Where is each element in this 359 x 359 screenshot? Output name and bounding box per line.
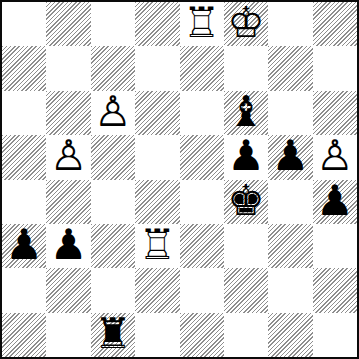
square-g4[interactable]	[268, 180, 312, 224]
black-pawn-f5: ♟	[227, 135, 265, 177]
white-rook-d3: ♖	[138, 224, 176, 266]
square-e3[interactable]	[180, 224, 224, 268]
square-c2[interactable]	[91, 268, 135, 312]
square-h2[interactable]	[313, 268, 357, 312]
square-b4[interactable]	[46, 180, 90, 224]
square-d3[interactable]: ♖	[135, 224, 179, 268]
square-a1[interactable]	[2, 313, 46, 357]
square-d1[interactable]	[135, 313, 179, 357]
square-h7[interactable]	[313, 46, 357, 90]
square-a5[interactable]	[2, 135, 46, 179]
square-h5[interactable]: ♙	[313, 135, 357, 179]
square-f7[interactable]	[224, 46, 268, 90]
square-h4[interactable]: ♟	[313, 180, 357, 224]
square-g5[interactable]: ♟	[268, 135, 312, 179]
black-bishop-f6: ♝	[227, 91, 265, 133]
square-e4[interactable]	[180, 180, 224, 224]
square-h3[interactable]	[313, 224, 357, 268]
white-king-f8: ♔	[227, 2, 265, 44]
black-rook-c1: ♜	[94, 313, 132, 355]
square-f3[interactable]	[224, 224, 268, 268]
square-a4[interactable]	[2, 180, 46, 224]
square-h8[interactable]	[313, 2, 357, 46]
square-f4[interactable]: ♚	[224, 180, 268, 224]
square-b7[interactable]	[46, 46, 90, 90]
square-e8[interactable]: ♖	[180, 2, 224, 46]
square-g1[interactable]	[268, 313, 312, 357]
square-g3[interactable]	[268, 224, 312, 268]
square-d8[interactable]	[135, 2, 179, 46]
square-f1[interactable]	[224, 313, 268, 357]
white-pawn-b5: ♙	[50, 135, 88, 177]
black-pawn-h4: ♟	[316, 180, 354, 222]
square-c5[interactable]	[91, 135, 135, 179]
square-b1[interactable]	[46, 313, 90, 357]
square-b8[interactable]	[46, 2, 90, 46]
square-e5[interactable]	[180, 135, 224, 179]
square-d6[interactable]	[135, 91, 179, 135]
square-b2[interactable]	[46, 268, 90, 312]
square-c8[interactable]	[91, 2, 135, 46]
square-c7[interactable]	[91, 46, 135, 90]
square-g8[interactable]	[268, 2, 312, 46]
square-e2[interactable]	[180, 268, 224, 312]
square-g2[interactable]	[268, 268, 312, 312]
square-c1[interactable]: ♜	[91, 313, 135, 357]
white-pawn-c6: ♙	[94, 91, 132, 133]
black-king-f4: ♚	[227, 180, 265, 222]
square-a3[interactable]: ♟	[2, 224, 46, 268]
square-d5[interactable]	[135, 135, 179, 179]
square-e7[interactable]	[180, 46, 224, 90]
square-b6[interactable]	[46, 91, 90, 135]
square-d4[interactable]	[135, 180, 179, 224]
square-c3[interactable]	[91, 224, 135, 268]
white-pawn-h5: ♙	[316, 135, 354, 177]
square-b5[interactable]: ♙	[46, 135, 90, 179]
square-f6[interactable]: ♝	[224, 91, 268, 135]
square-e6[interactable]	[180, 91, 224, 135]
square-d2[interactable]	[135, 268, 179, 312]
square-g7[interactable]	[268, 46, 312, 90]
square-g6[interactable]	[268, 91, 312, 135]
square-h6[interactable]	[313, 91, 357, 135]
square-a6[interactable]	[2, 91, 46, 135]
square-f2[interactable]	[224, 268, 268, 312]
chess-board: ♖♔♙♝♙♟♟♙♚♟♟♟♖♜	[0, 0, 359, 359]
square-a8[interactable]	[2, 2, 46, 46]
square-a7[interactable]	[2, 46, 46, 90]
square-f8[interactable]: ♔	[224, 2, 268, 46]
square-a2[interactable]	[2, 268, 46, 312]
square-b3[interactable]: ♟	[46, 224, 90, 268]
square-e1[interactable]	[180, 313, 224, 357]
square-h1[interactable]	[313, 313, 357, 357]
square-f5[interactable]: ♟	[224, 135, 268, 179]
black-pawn-b3: ♟	[50, 224, 88, 266]
black-pawn-g5: ♟	[272, 135, 310, 177]
white-rook-e8: ♖	[183, 2, 221, 44]
square-d7[interactable]	[135, 46, 179, 90]
square-c4[interactable]	[91, 180, 135, 224]
square-c6[interactable]: ♙	[91, 91, 135, 135]
black-pawn-a3: ♟	[5, 224, 43, 266]
